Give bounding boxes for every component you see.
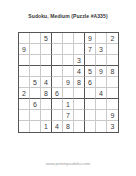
sudoku-cell-r6c5	[63, 88, 74, 99]
sudoku-cell-r1c5	[63, 33, 74, 44]
sudoku-cell-r8c3	[41, 110, 52, 121]
sudoku-cell-r6c1: 2	[19, 88, 30, 99]
sudoku-cell-r7c5: 1	[63, 99, 74, 110]
sudoku-cell-r5c2: 5	[30, 77, 41, 88]
sudoku-cell-r2c8: 3	[96, 44, 107, 55]
sudoku-cell-r9c7	[85, 121, 96, 132]
sudoku-cell-r5c8	[96, 77, 107, 88]
sudoku-cell-r9c3: 1	[41, 121, 52, 132]
sudoku-cell-r5c9	[107, 77, 118, 88]
sudoku-cell-r2c1: 9	[19, 44, 30, 55]
sudoku-cell-r7c7	[85, 99, 96, 110]
sudoku-cell-r4c3	[41, 66, 52, 77]
sudoku-cell-r4c2	[30, 66, 41, 77]
sudoku-print-page: Sudoku, Medium (Puzzle #A335) 5929733459…	[0, 0, 136, 176]
sudoku-cell-r5c6: 8	[74, 77, 85, 88]
sudoku-cell-r3c2	[30, 55, 41, 66]
sudoku-cell-r4c9: 8	[107, 66, 118, 77]
sudoku-cell-r6c7	[85, 88, 96, 99]
sudoku-cell-r4c1	[19, 66, 30, 77]
sudoku-cell-r4c6: 4	[74, 66, 85, 77]
sudoku-cell-r6c2	[30, 88, 41, 99]
sudoku-cell-r3c7	[85, 55, 96, 66]
sudoku-cell-r1c6	[74, 33, 85, 44]
sudoku-cell-r5c1	[19, 77, 30, 88]
sudoku-cell-r9c4: 4	[52, 121, 63, 132]
sudoku-cell-r2c3	[41, 44, 52, 55]
sudoku-cell-r3c3	[41, 55, 52, 66]
sudoku-cell-r7c9	[107, 99, 118, 110]
page-title: Sudoku, Medium (Puzzle #A335)	[0, 13, 136, 19]
sudoku-cell-r9c6	[74, 121, 85, 132]
sudoku-cell-r9c5: 8	[63, 121, 74, 132]
sudoku-cell-r2c4	[52, 44, 63, 55]
sudoku-cell-r9c8	[96, 121, 107, 132]
sudoku-cell-r3c5	[63, 55, 74, 66]
sudoku-cell-r5c7: 6	[85, 77, 96, 88]
sudoku-cell-r5c5: 9	[63, 77, 74, 88]
sudoku-cell-r5c3: 4	[41, 77, 52, 88]
sudoku-cell-r3c8	[96, 55, 107, 66]
sudoku-cell-r3c1	[19, 55, 30, 66]
sudoku-cell-r8c8	[96, 110, 107, 121]
sudoku-cell-r2c2	[30, 44, 41, 55]
sudoku-cell-r8c7	[85, 110, 96, 121]
footer-url: www.printmysudoku.com	[0, 161, 136, 166]
sudoku-cell-r6c3: 8	[41, 88, 52, 99]
sudoku-cell-r1c3: 5	[41, 33, 52, 44]
sudoku-cell-r6c4: 6	[52, 88, 63, 99]
sudoku-cell-r3c6: 3	[74, 55, 85, 66]
sudoku-cell-r2c5	[63, 44, 74, 55]
sudoku-cell-r4c4	[52, 66, 63, 77]
sudoku-cell-r2c6	[74, 44, 85, 55]
sudoku-cell-r1c1	[19, 33, 30, 44]
sudoku-cell-r1c4	[52, 33, 63, 44]
sudoku-cell-r8c9: 9	[107, 110, 118, 121]
sudoku-cell-r4c7: 5	[85, 66, 96, 77]
sudoku-cell-r7c4	[52, 99, 63, 110]
sudoku-cell-r3c4	[52, 55, 63, 66]
sudoku-cell-r8c2	[30, 110, 41, 121]
sudoku-cell-r5c4	[52, 77, 63, 88]
sudoku-cell-r7c8	[96, 99, 107, 110]
sudoku-cell-r9c2	[30, 121, 41, 132]
sudoku-cell-r9c1	[19, 121, 30, 132]
sudoku-cell-r1c2	[30, 33, 41, 44]
sudoku-cell-r3c9	[107, 55, 118, 66]
sudoku-cell-r7c1	[19, 99, 30, 110]
sudoku-cell-r8c5: 7	[63, 110, 74, 121]
sudoku-cell-r8c1	[19, 110, 30, 121]
sudoku-cell-r8c4	[52, 110, 63, 121]
sudoku-cell-r4c5	[63, 66, 74, 77]
sudoku-cell-r8c6	[74, 110, 85, 121]
sudoku-cell-r6c8: 4	[96, 88, 107, 99]
sudoku-cell-r6c9	[107, 88, 118, 99]
sudoku-cell-r6c6	[74, 88, 85, 99]
sudoku-cell-r2c7: 7	[85, 44, 96, 55]
sudoku-cell-r1c9: 2	[107, 33, 118, 44]
sudoku-cell-r7c3	[41, 99, 52, 110]
sudoku-cell-r4c8: 9	[96, 66, 107, 77]
sudoku-cell-r7c2: 6	[30, 99, 41, 110]
sudoku-cell-r1c7: 9	[85, 33, 96, 44]
sudoku-grid: 5929733459854986286461791483	[18, 32, 119, 133]
sudoku-cell-r9c9: 3	[107, 121, 118, 132]
sudoku-cell-r7c6	[74, 99, 85, 110]
sudoku-cell-r2c9	[107, 44, 118, 55]
sudoku-cell-r1c8	[96, 33, 107, 44]
